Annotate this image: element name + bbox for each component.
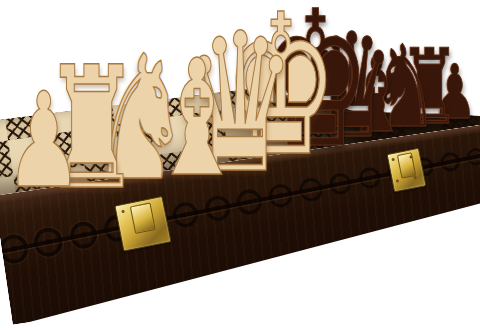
piece-dark-knight: ♞ bbox=[360, 31, 450, 124]
chess-set-photo: ♟ ♜ ♞ ♝ ♛ ♚ ♚ ♛ ♝ ♞ ♜ ♟ bbox=[0, 0, 480, 332]
piece-dark-pawn: ♟ bbox=[425, 55, 480, 117]
piece-dark-rook: ♜ bbox=[388, 35, 471, 120]
brass-clasp-left-icon bbox=[114, 196, 171, 252]
brass-clasp-right-icon bbox=[386, 148, 426, 193]
